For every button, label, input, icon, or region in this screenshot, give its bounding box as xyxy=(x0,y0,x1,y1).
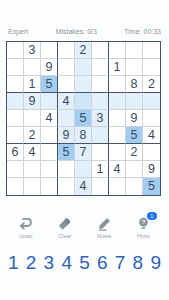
cell-r3c1[interactable] xyxy=(7,76,24,93)
cell-r9c6[interactable] xyxy=(92,178,109,195)
cell-r8c8[interactable] xyxy=(126,161,143,178)
timer: Time: 00:33 xyxy=(124,28,161,35)
cell-r8c3[interactable] xyxy=(41,161,58,178)
hints-button[interactable]: ? 1 Hints xyxy=(135,215,152,239)
cell-r4c9[interactable] xyxy=(143,93,160,110)
sudoku-app: Expert Mistakes: 0/3 Time: 00:33 3291158… xyxy=(0,0,169,300)
cell-r4c1[interactable] xyxy=(7,93,24,110)
cell-r7c8[interactable]: 2 xyxy=(126,144,143,161)
cell-r9c5[interactable]: 4 xyxy=(75,178,92,195)
numpad-8[interactable]: 8 xyxy=(133,252,144,275)
cell-r4c6[interactable] xyxy=(92,93,109,110)
cell-r5c7[interactable] xyxy=(109,110,126,127)
cell-r1c4[interactable] xyxy=(58,42,75,59)
cell-r3c2[interactable]: 1 xyxy=(24,76,41,93)
cell-r5c3[interactable]: 4 xyxy=(41,110,58,127)
cell-r6c6[interactable] xyxy=(92,127,109,144)
numpad-7[interactable]: 7 xyxy=(115,252,126,275)
cell-r7c2[interactable]: 4 xyxy=(24,144,41,161)
cell-r6c1[interactable] xyxy=(7,127,24,144)
undo-label: Undo xyxy=(19,233,32,239)
cell-r8c5[interactable] xyxy=(75,161,92,178)
cell-r9c8[interactable] xyxy=(126,178,143,195)
cell-r7c1[interactable]: 6 xyxy=(7,144,24,161)
cell-r6c9[interactable]: 4 xyxy=(143,127,160,144)
numpad-2[interactable]: 2 xyxy=(26,252,37,275)
cell-r4c7[interactable] xyxy=(109,93,126,110)
cell-r4c5[interactable] xyxy=(75,93,92,110)
cell-r4c4[interactable]: 4 xyxy=(58,93,75,110)
cell-r1c6[interactable] xyxy=(92,42,109,59)
cell-r6c2[interactable]: 2 xyxy=(24,127,41,144)
undo-button[interactable]: Undo xyxy=(17,215,34,239)
pencil-icon xyxy=(96,215,113,232)
cell-r1c1[interactable] xyxy=(7,42,24,59)
cell-r2c4[interactable] xyxy=(58,59,75,76)
cell-r3c8[interactable]: 8 xyxy=(126,76,143,93)
cell-r2c9[interactable] xyxy=(143,59,160,76)
cell-r9c3[interactable] xyxy=(41,178,58,195)
cell-r1c8[interactable] xyxy=(126,42,143,59)
cell-r4c8[interactable] xyxy=(126,93,143,110)
cell-r2c2[interactable] xyxy=(24,59,41,76)
cell-r6c7[interactable] xyxy=(109,127,126,144)
numpad-6[interactable]: 6 xyxy=(97,252,108,275)
cell-r1c3[interactable] xyxy=(41,42,58,59)
cell-r3c6[interactable] xyxy=(92,76,109,93)
cell-r7c7[interactable] xyxy=(109,144,126,161)
svg-text:?: ? xyxy=(142,219,146,225)
cell-r1c5[interactable]: 2 xyxy=(75,42,92,59)
cell-r5c2[interactable] xyxy=(24,110,41,127)
sudoku-board: 32911582944539298546457214945 xyxy=(6,41,161,196)
cell-r5c5[interactable]: 5 xyxy=(75,110,92,127)
cell-r5c8[interactable]: 9 xyxy=(126,110,143,127)
cell-r7c6[interactable] xyxy=(92,144,109,161)
notes-button[interactable]: Notes xyxy=(96,215,113,239)
cell-r9c7[interactable] xyxy=(109,178,126,195)
status-bar: Expert Mistakes: 0/3 Time: 00:33 xyxy=(0,28,169,35)
cell-r7c9[interactable] xyxy=(143,144,160,161)
cell-r1c9[interactable] xyxy=(143,42,160,59)
numpad-4[interactable]: 4 xyxy=(61,252,72,275)
numpad-5[interactable]: 5 xyxy=(79,252,90,275)
cell-r2c5[interactable] xyxy=(75,59,92,76)
cell-r2c1[interactable] xyxy=(7,59,24,76)
cell-r7c4[interactable]: 5 xyxy=(58,144,75,161)
cell-r8c9[interactable]: 9 xyxy=(143,161,160,178)
toolbar: Undo Clear Notes xyxy=(0,215,169,239)
cell-r9c1[interactable] xyxy=(7,178,24,195)
cell-r8c6[interactable]: 1 xyxy=(92,161,109,178)
cell-r6c5[interactable]: 8 xyxy=(75,127,92,144)
cell-r1c2[interactable]: 3 xyxy=(24,42,41,59)
cell-r6c8[interactable]: 5 xyxy=(126,127,143,144)
cell-r5c6[interactable]: 3 xyxy=(92,110,109,127)
cell-r4c2[interactable]: 9 xyxy=(24,93,41,110)
cell-r2c6[interactable] xyxy=(92,59,109,76)
cell-r5c4[interactable] xyxy=(58,110,75,127)
cell-r8c4[interactable] xyxy=(58,161,75,178)
numpad-9[interactable]: 9 xyxy=(150,252,161,275)
cell-r9c2[interactable] xyxy=(24,178,41,195)
cell-r1c7[interactable] xyxy=(109,42,126,59)
cell-r8c7[interactable]: 4 xyxy=(109,161,126,178)
cell-r2c3[interactable]: 9 xyxy=(41,59,58,76)
numpad-3[interactable]: 3 xyxy=(44,252,55,275)
cell-r4c3[interactable] xyxy=(41,93,58,110)
cell-r5c1[interactable] xyxy=(7,110,24,127)
cell-r6c3[interactable] xyxy=(41,127,58,144)
clear-label: Clear xyxy=(58,233,71,239)
cell-r6c4[interactable]: 9 xyxy=(58,127,75,144)
cell-r7c3[interactable] xyxy=(41,144,58,161)
cell-r2c7[interactable]: 1 xyxy=(109,59,126,76)
cell-r2c8[interactable] xyxy=(126,59,143,76)
cell-r8c2[interactable] xyxy=(24,161,41,178)
number-pad: 123456789 xyxy=(0,252,169,275)
cell-r3c3[interactable]: 5 xyxy=(41,76,58,93)
cell-r3c7[interactable] xyxy=(109,76,126,93)
cell-r8c1[interactable] xyxy=(7,161,24,178)
notes-label: Notes xyxy=(97,233,111,239)
eraser-icon xyxy=(56,215,73,232)
hints-label: Hints xyxy=(137,233,150,239)
cell-r7c5[interactable]: 7 xyxy=(75,144,92,161)
difficulty-label[interactable]: Expert xyxy=(8,28,28,35)
undo-icon xyxy=(17,215,34,232)
hints-badge: 1 xyxy=(147,212,157,220)
cell-r9c9[interactable]: 5 xyxy=(143,178,160,195)
cell-r9c4[interactable] xyxy=(58,178,75,195)
cell-r5c9[interactable] xyxy=(143,110,160,127)
cell-r3c9[interactable]: 2 xyxy=(143,76,160,93)
mistakes-counter: Mistakes: 0/3 xyxy=(56,28,97,35)
cell-r3c5[interactable] xyxy=(75,76,92,93)
cell-r3c4[interactable] xyxy=(58,76,75,93)
clear-button[interactable]: Clear xyxy=(56,215,73,239)
numpad-1[interactable]: 1 xyxy=(8,252,19,275)
